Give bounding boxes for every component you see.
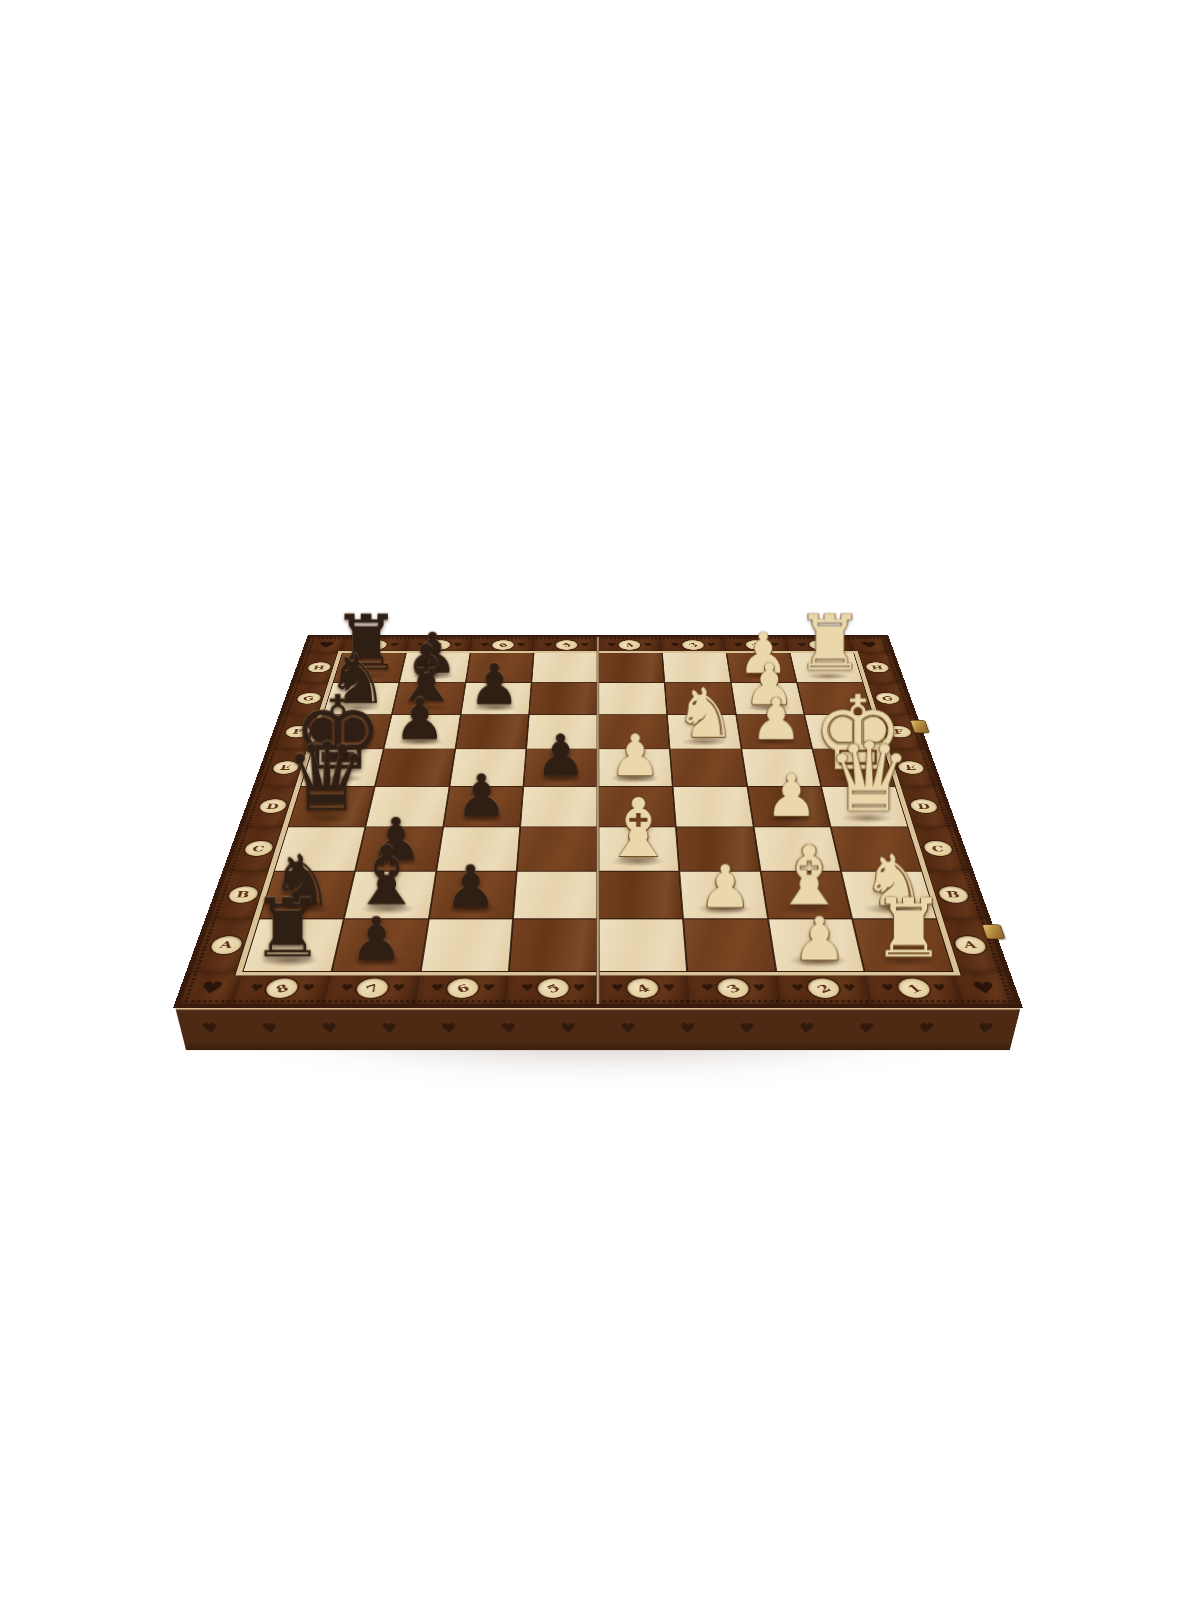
heart-icon: ♥ (198, 980, 226, 996)
scene: ♥♥8♥♥7♥♥6♥♥5♥♥4♥♥3♥♥2♥♥1♥♥H♜♟♟♜HG♞♝♟♟GF♟… (173, 158, 1023, 1008)
square-a7[interactable]: ♟ (331, 919, 428, 972)
square-f6[interactable] (455, 715, 529, 749)
square-d8[interactable]: ♛ (288, 786, 375, 826)
rank-label: 4 (615, 638, 644, 651)
heart-icon: ♥ (440, 1020, 457, 1036)
square-g4[interactable] (598, 683, 667, 715)
square-d1[interactable]: ♛ (821, 786, 908, 826)
file-label: A (952, 936, 987, 954)
file-label: D (257, 799, 287, 813)
square-f7[interactable]: ♟ (383, 715, 460, 749)
square-b6[interactable]: ♟ (428, 871, 517, 919)
square-c5[interactable] (517, 827, 598, 871)
white-queen[interactable]: ♛ (826, 730, 912, 825)
heart-icon: ♥ (798, 1020, 816, 1036)
border-rank-cell: ♥1♥ (865, 972, 964, 1004)
rank-label: 1 (892, 975, 935, 1001)
heart-icon: ♥ (580, 642, 589, 647)
border-rank-cell: ♥2♥ (776, 972, 872, 1004)
black-pawn[interactable]: ♟ (456, 767, 508, 825)
heart-icon: ♥ (679, 1020, 696, 1036)
file-label: D (908, 799, 938, 813)
border-rank-cell: ♥7♥ (324, 972, 420, 1004)
heart-icon: ♥ (391, 983, 406, 992)
square-f2[interactable]: ♟ (736, 715, 813, 749)
white-pawn[interactable]: ♟ (751, 690, 803, 748)
square-g5[interactable] (529, 683, 598, 715)
black-queen[interactable]: ♛ (284, 730, 370, 825)
heart-icon: ♥ (706, 642, 716, 647)
heart-icon: ♥ (880, 983, 896, 992)
rank-label: 3 (678, 638, 707, 651)
heart-icon: ♥ (500, 1020, 517, 1036)
heart-icon: ♥ (620, 1020, 636, 1036)
board-grid: ♥♥8♥♥7♥♥6♥♥5♥♥4♥♥3♥♥2♥♥1♥♥H♜♟♟♜HG♞♝♟♟GF♟… (180, 637, 1015, 1004)
heart-icon: ♥ (560, 1020, 576, 1036)
white-pawn[interactable]: ♟ (793, 909, 847, 969)
heart-icon: ♥ (572, 983, 585, 992)
square-a3[interactable] (683, 919, 776, 972)
white-pawn[interactable]: ♟ (766, 767, 818, 825)
heart-icon: ♥ (260, 1020, 279, 1036)
heart-icon: ♥ (643, 642, 653, 647)
border-rank-cell: ♥4♥ (598, 972, 689, 1004)
border-rank-cell: ♥6♥ (415, 972, 509, 1004)
heart-icon: ♥ (611, 983, 624, 992)
border-rank-cell: ♥8♥ (232, 972, 331, 1004)
rank-label: 3 (712, 975, 754, 1001)
square-b5[interactable] (513, 871, 598, 919)
black-pawn[interactable]: ♟ (535, 727, 587, 785)
rank-label: 5 (552, 638, 581, 651)
border-rank-cell: ♥4♥ (598, 637, 662, 653)
square-a4[interactable] (598, 919, 687, 972)
chessboard: ♥♥8♥♥7♥♥6♥♥5♥♥4♥♥3♥♥2♥♥1♥♥H♜♟♟♜HG♞♝♟♟GF♟… (173, 635, 1023, 1008)
heart-icon: ♥ (300, 983, 316, 992)
square-b3[interactable]: ♟ (679, 871, 768, 919)
black-rook[interactable]: ♜ (251, 888, 324, 969)
heart-icon: ♥ (842, 983, 857, 992)
heart-icon: ♥ (738, 1020, 755, 1036)
heart-icon: ♥ (543, 642, 553, 647)
file-label: A (208, 936, 243, 954)
square-e5[interactable]: ♟ (524, 749, 598, 786)
white-rook[interactable]: ♜ (872, 888, 945, 969)
heart-icon: ♥ (976, 1020, 996, 1036)
heart-icon: ♥ (200, 1020, 220, 1036)
white-pawn[interactable]: ♟ (698, 858, 751, 917)
square-d2[interactable]: ♟ (747, 786, 831, 826)
square-d5[interactable] (520, 786, 598, 826)
black-pawn[interactable]: ♟ (394, 690, 446, 748)
square-a2[interactable]: ♟ (768, 919, 865, 972)
white-pawn[interactable]: ♟ (609, 727, 661, 785)
heart-icon: ♥ (857, 1020, 875, 1036)
square-a5[interactable] (509, 919, 598, 972)
box-front-face: ♥♥♥♥♥♥♥♥♥♥♥♥♥♥ (174, 1004, 1021, 1050)
heart-icon: ♥ (380, 1020, 398, 1036)
border-rank-cell: ♥3♥ (687, 972, 781, 1004)
heart-icon: ♥ (970, 980, 998, 996)
heart-icon: ♥ (320, 1020, 338, 1036)
heart-icon: ♥ (520, 983, 534, 992)
heart-icon: ♥ (917, 1020, 936, 1036)
rank-label: 6 (489, 638, 518, 651)
square-e7[interactable] (375, 749, 455, 786)
black-pawn[interactable]: ♟ (445, 858, 498, 917)
black-pawn[interactable]: ♟ (349, 909, 403, 969)
heart-icon: ♥ (607, 642, 616, 647)
white-rook[interactable]: ♜ (796, 605, 865, 682)
square-h5[interactable] (532, 653, 598, 683)
product-photo: ♥♥8♥♥7♥♥6♥♥5♥♥4♥♥3♥♥2♥♥1♥♥H♜♟♟♜HG♞♝♟♟GF♟… (0, 0, 1200, 1600)
heart-icon: ♥ (752, 983, 767, 992)
rank-label: 2 (802, 975, 845, 1001)
heart-icon: ♥ (670, 642, 680, 647)
square-a8[interactable]: ♜ (242, 919, 343, 972)
square-b4[interactable] (598, 871, 683, 919)
border-rank-cell: ♥5♥ (507, 972, 598, 1004)
rank-label: 8 (263, 975, 302, 1001)
brass-latch (910, 720, 930, 733)
square-g6[interactable]: ♟ (460, 683, 531, 715)
square-f3[interactable]: ♞ (667, 715, 741, 749)
border-rank-cell: ♥5♥ (534, 637, 598, 653)
square-a1[interactable]: ♜ (852, 919, 953, 972)
heart-icon: ♥ (249, 983, 265, 992)
rank-label: 7 (353, 975, 393, 1001)
white-bishop[interactable]: ♝ (602, 788, 675, 869)
heart-icon: ♥ (339, 983, 354, 992)
border-rank-cell: ♥3♥ (661, 637, 726, 653)
file-label: C (922, 841, 954, 856)
square-h4[interactable] (598, 653, 664, 683)
heart-icon: ♥ (790, 983, 805, 992)
heart-icon: ♥ (931, 983, 947, 992)
square-c4[interactable]: ♝ (598, 827, 679, 871)
square-d3[interactable] (672, 786, 753, 826)
heart-icon: ♥ (700, 983, 714, 992)
heart-icon: ♥ (516, 642, 526, 647)
rank-label: 4 (622, 975, 664, 1001)
heart-icon: ♥ (662, 983, 676, 992)
rank-label: 5 (533, 975, 574, 1001)
rank-label: 6 (443, 975, 483, 1001)
square-d6[interactable]: ♟ (443, 786, 524, 826)
black-pawn[interactable]: ♟ (469, 656, 520, 713)
heart-icon: ♥ (480, 642, 490, 647)
heart-icon: ♥ (430, 983, 445, 992)
file-label: H (864, 662, 889, 672)
heart-icon: ♥ (481, 983, 495, 992)
square-a6[interactable] (420, 919, 513, 972)
white-knight[interactable]: ♞ (674, 679, 735, 747)
square-e3[interactable] (670, 749, 747, 786)
border-corner: ♥ (954, 972, 1016, 1004)
